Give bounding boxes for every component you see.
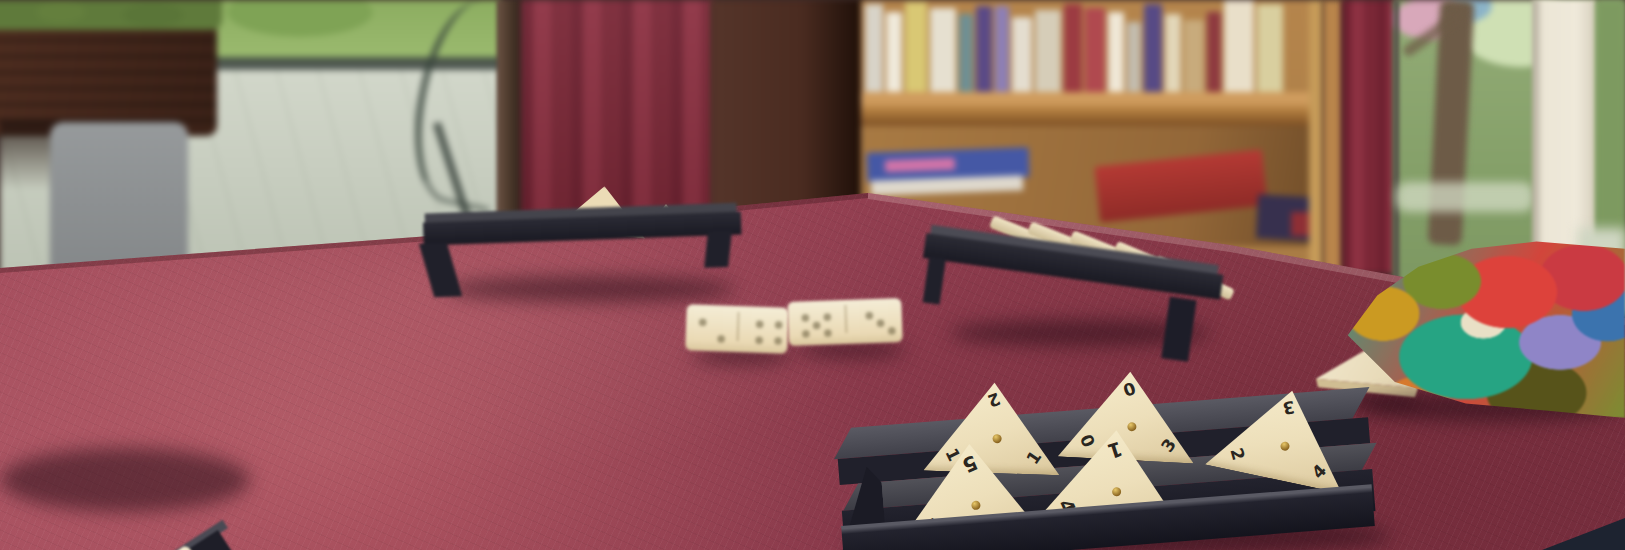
domino-pip <box>755 337 762 344</box>
book-spine <box>959 14 973 92</box>
domino-pip <box>877 320 884 327</box>
right-rack-leg-right <box>1161 297 1196 362</box>
domino-pip <box>866 312 873 319</box>
domino-pip <box>775 338 782 345</box>
book-spine <box>865 4 883 92</box>
book-spine <box>1144 4 1162 92</box>
book-spine <box>905 2 927 92</box>
book-spine <box>1064 4 1082 92</box>
shelf-board <box>861 92 1323 126</box>
book-spine <box>976 6 992 92</box>
far-rack <box>422 192 745 307</box>
domino-pip <box>802 330 809 337</box>
book-spine <box>1224 0 1254 92</box>
domino-divider <box>844 305 847 333</box>
right-curtain <box>1342 0 1394 274</box>
book-spine <box>1207 12 1221 92</box>
bookshelf-side-edge <box>1323 0 1342 272</box>
wicker-chair <box>50 122 188 272</box>
far-rack-leg-right <box>704 231 732 268</box>
domino-pip <box>699 319 706 326</box>
domino-pip <box>775 321 782 328</box>
book-spine <box>995 6 1009 92</box>
book-spine <box>1108 12 1124 92</box>
domino-pip <box>824 329 831 336</box>
domino-pip <box>802 315 809 322</box>
scene-photo-triominos-table: 211003324515142 <box>0 0 1625 550</box>
domino-tile-5-3 <box>787 298 902 346</box>
domino-tile-2-4 <box>685 304 789 354</box>
shelf-right-post <box>1309 0 1323 270</box>
book-spine <box>1257 4 1283 92</box>
top-shelf-books <box>861 0 1323 92</box>
domino-pip <box>718 336 725 343</box>
right-window-frameline <box>1394 0 1399 300</box>
book-spine <box>1165 14 1181 92</box>
book-spine <box>886 12 902 92</box>
domino-pip <box>824 314 831 321</box>
domino-divider <box>737 312 740 341</box>
book-spine <box>1127 22 1141 92</box>
domino-pip <box>813 322 820 329</box>
book-spine <box>930 8 956 92</box>
book-spine <box>1085 8 1105 92</box>
domino-pip <box>888 327 895 334</box>
book-spine <box>1035 10 1061 92</box>
domino-pip <box>756 321 763 328</box>
right-rack-leg-left <box>923 257 946 305</box>
far-rack-leg-left <box>419 243 462 297</box>
planter-plants <box>0 0 222 30</box>
book-spine <box>1012 17 1032 92</box>
book-spine <box>1184 20 1204 92</box>
garden-path-blur <box>1396 182 1534 212</box>
blue-book-label <box>885 158 955 172</box>
left-rack <box>0 270 260 520</box>
